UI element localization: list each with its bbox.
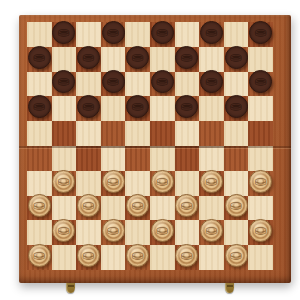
square-r5c1-light[interactable] <box>27 121 52 146</box>
dark-piece[interactable]: ⛂ <box>102 70 125 93</box>
square-r7c10-dark[interactable]: ⛀ <box>248 171 273 196</box>
square-r3c3-light[interactable] <box>76 72 101 97</box>
light-piece[interactable]: ⛀ <box>126 194 149 217</box>
square-r7c8-dark[interactable]: ⛀ <box>199 171 224 196</box>
square-r3c6-dark[interactable]: ⛂ <box>150 72 175 97</box>
dark-piece[interactable]: ⛂ <box>175 95 198 118</box>
square-r8c6-light[interactable] <box>150 196 175 221</box>
square-r8c1-dark[interactable]: ⛀ <box>27 196 52 221</box>
square-r9c8-dark[interactable]: ⛀ <box>199 220 224 245</box>
photo-background: ⛂⛂⛂⛂⛂⛂⛂⛂⛂⛂⛂⛂⛂⛂⛂⛂⛂⛂⛂⛂⛀⛀⛀⛀⛀⛀⛀⛀⛀⛀⛀⛀⛀⛀⛀⛀⛀⛀⛀⛀ <box>0 0 300 300</box>
square-r6c5-dark[interactable] <box>125 146 150 171</box>
light-piece[interactable]: ⛀ <box>28 194 51 217</box>
light-piece[interactable]: ⛀ <box>151 170 174 193</box>
square-r2c6-light[interactable] <box>150 47 175 72</box>
square-r6c4-light[interactable] <box>101 146 126 171</box>
dark-piece[interactable]: ⛂ <box>175 46 198 69</box>
square-r1c3-light[interactable] <box>76 22 101 47</box>
square-r2c7-dark[interactable]: ⛂ <box>175 47 200 72</box>
square-r7c3-light[interactable] <box>76 171 101 196</box>
square-r9c4-dark[interactable]: ⛀ <box>101 220 126 245</box>
square-r5c4-dark[interactable] <box>101 121 126 146</box>
dark-piece[interactable]: ⛂ <box>102 21 125 44</box>
square-r3c4-dark[interactable]: ⛂ <box>101 72 126 97</box>
square-r10c3-dark[interactable]: ⛀ <box>76 245 101 270</box>
square-r1c9-light[interactable] <box>224 22 249 47</box>
light-piece[interactable]: ⛀ <box>200 219 223 242</box>
light-piece[interactable]: ⛀ <box>175 194 198 217</box>
light-piece[interactable]: ⛀ <box>225 194 248 217</box>
square-r4c3-dark[interactable]: ⛂ <box>76 96 101 121</box>
light-piece[interactable]: ⛀ <box>225 244 248 267</box>
square-r2c9-dark[interactable]: ⛂ <box>224 47 249 72</box>
dark-piece[interactable]: ⛂ <box>77 46 100 69</box>
square-r7c5-light[interactable] <box>125 171 150 196</box>
square-r2c4-light[interactable] <box>101 47 126 72</box>
square-r8c7-dark[interactable]: ⛀ <box>175 196 200 221</box>
dark-piece[interactable]: ⛂ <box>126 95 149 118</box>
square-r3c1-light[interactable] <box>27 72 52 97</box>
square-r4c7-dark[interactable]: ⛂ <box>175 96 200 121</box>
square-r6c9-dark[interactable] <box>224 146 249 171</box>
square-r1c2-dark[interactable]: ⛂ <box>52 22 77 47</box>
square-r6c2-light[interactable] <box>52 146 77 171</box>
light-piece[interactable]: ⛀ <box>52 170 75 193</box>
square-r3c10-dark[interactable]: ⛂ <box>248 72 273 97</box>
square-r4c1-dark[interactable]: ⛂ <box>27 96 52 121</box>
square-r4c9-dark[interactable]: ⛂ <box>224 96 249 121</box>
square-r4c10-light[interactable] <box>248 96 273 121</box>
square-r4c5-dark[interactable]: ⛂ <box>125 96 150 121</box>
light-piece[interactable]: ⛀ <box>249 170 272 193</box>
square-r4c8-light[interactable] <box>199 96 224 121</box>
square-r10c9-dark[interactable]: ⛀ <box>224 245 249 270</box>
dark-piece[interactable]: ⛂ <box>249 70 272 93</box>
light-piece[interactable]: ⛀ <box>151 219 174 242</box>
square-r1c1-light[interactable] <box>27 22 52 47</box>
square-r8c8-light[interactable] <box>199 196 224 221</box>
dark-piece[interactable]: ⛂ <box>52 21 75 44</box>
square-r5c10-dark[interactable] <box>248 121 273 146</box>
square-r5c5-light[interactable] <box>125 121 150 146</box>
square-r6c8-light[interactable] <box>199 146 224 171</box>
square-r9c3-light[interactable] <box>76 220 101 245</box>
dark-piece[interactable]: ⛂ <box>200 70 223 93</box>
square-r5c6-dark[interactable] <box>150 121 175 146</box>
square-r10c8-light[interactable] <box>199 245 224 270</box>
square-r7c7-light[interactable] <box>175 171 200 196</box>
square-r7c4-dark[interactable]: ⛀ <box>101 171 126 196</box>
dark-piece[interactable]: ⛂ <box>249 21 272 44</box>
square-r3c8-dark[interactable]: ⛂ <box>199 72 224 97</box>
light-piece[interactable]: ⛀ <box>102 219 125 242</box>
square-r10c5-dark[interactable]: ⛀ <box>125 245 150 270</box>
light-piece[interactable]: ⛀ <box>28 244 51 267</box>
dark-piece[interactable]: ⛂ <box>28 46 51 69</box>
light-piece[interactable]: ⛀ <box>77 244 100 267</box>
square-r5c3-light[interactable] <box>76 121 101 146</box>
square-r10c1-dark[interactable]: ⛀ <box>27 245 52 270</box>
square-r8c2-light[interactable] <box>52 196 77 221</box>
square-r2c8-light[interactable] <box>199 47 224 72</box>
square-r5c7-light[interactable] <box>175 121 200 146</box>
square-r1c10-dark[interactable]: ⛂ <box>248 22 273 47</box>
draughts-board: ⛂⛂⛂⛂⛂⛂⛂⛂⛂⛂⛂⛂⛂⛂⛂⛂⛂⛂⛂⛂⛀⛀⛀⛀⛀⛀⛀⛀⛀⛀⛀⛀⛀⛀⛀⛀⛀⛀⛀⛀ <box>19 15 291 283</box>
square-r10c2-light[interactable] <box>52 245 77 270</box>
square-r4c6-light[interactable] <box>150 96 175 121</box>
square-r3c2-dark[interactable]: ⛂ <box>52 72 77 97</box>
square-r9c6-dark[interactable]: ⛀ <box>150 220 175 245</box>
square-r3c7-light[interactable] <box>175 72 200 97</box>
light-piece[interactable]: ⛀ <box>52 219 75 242</box>
square-r9c1-light[interactable] <box>27 220 52 245</box>
square-r9c7-light[interactable] <box>175 220 200 245</box>
square-r3c5-light[interactable] <box>125 72 150 97</box>
square-r9c5-light[interactable] <box>125 220 150 245</box>
dark-piece[interactable]: ⛂ <box>151 70 174 93</box>
square-r4c2-light[interactable] <box>52 96 77 121</box>
square-r7c6-dark[interactable]: ⛀ <box>150 171 175 196</box>
square-r5c8-dark[interactable] <box>199 121 224 146</box>
square-r1c6-dark[interactable]: ⛂ <box>150 22 175 47</box>
dark-piece[interactable]: ⛂ <box>200 21 223 44</box>
square-r1c8-dark[interactable]: ⛂ <box>199 22 224 47</box>
square-r9c10-dark[interactable]: ⛀ <box>248 220 273 245</box>
square-r2c2-light[interactable] <box>52 47 77 72</box>
dark-piece[interactable]: ⛂ <box>225 46 248 69</box>
square-r8c5-dark[interactable]: ⛀ <box>125 196 150 221</box>
square-r2c5-dark[interactable]: ⛂ <box>125 47 150 72</box>
square-r8c3-dark[interactable]: ⛀ <box>76 196 101 221</box>
square-r3c9-light[interactable] <box>224 72 249 97</box>
dark-piece[interactable]: ⛂ <box>151 21 174 44</box>
square-r2c10-light[interactable] <box>248 47 273 72</box>
light-piece[interactable]: ⛀ <box>249 219 272 242</box>
square-r8c10-light[interactable] <box>248 196 273 221</box>
square-r7c2-dark[interactable]: ⛀ <box>52 171 77 196</box>
square-r8c9-dark[interactable]: ⛀ <box>224 196 249 221</box>
square-r2c3-dark[interactable]: ⛂ <box>76 47 101 72</box>
square-r7c1-light[interactable] <box>27 171 52 196</box>
square-r6c10-light[interactable] <box>248 146 273 171</box>
light-piece[interactable]: ⛀ <box>102 170 125 193</box>
dark-piece[interactable]: ⛂ <box>28 95 51 118</box>
light-piece[interactable]: ⛀ <box>77 194 100 217</box>
square-r2c1-dark[interactable]: ⛂ <box>27 47 52 72</box>
dark-piece[interactable]: ⛂ <box>225 95 248 118</box>
square-r6c7-dark[interactable] <box>175 146 200 171</box>
board-fold-seam <box>19 146 291 148</box>
square-r10c6-light[interactable] <box>150 245 175 270</box>
square-r10c4-light[interactable] <box>101 245 126 270</box>
square-r1c5-light[interactable] <box>125 22 150 47</box>
light-piece[interactable]: ⛀ <box>200 170 223 193</box>
dark-piece[interactable]: ⛂ <box>52 70 75 93</box>
dark-piece[interactable]: ⛂ <box>77 95 100 118</box>
square-r5c2-dark[interactable] <box>52 121 77 146</box>
square-r6c3-dark[interactable] <box>76 146 101 171</box>
square-r10c7-dark[interactable]: ⛀ <box>175 245 200 270</box>
square-r9c2-dark[interactable]: ⛀ <box>52 220 77 245</box>
square-r5c9-light[interactable] <box>224 121 249 146</box>
square-r6c1-dark[interactable] <box>27 146 52 171</box>
square-r1c7-light[interactable] <box>175 22 200 47</box>
light-piece[interactable]: ⛀ <box>175 244 198 267</box>
square-r8c4-light[interactable] <box>101 196 126 221</box>
light-piece[interactable]: ⛀ <box>126 244 149 267</box>
square-r1c4-dark[interactable]: ⛂ <box>101 22 126 47</box>
square-r10c10-light[interactable] <box>248 245 273 270</box>
dark-piece[interactable]: ⛂ <box>126 46 149 69</box>
square-r6c6-light[interactable] <box>150 146 175 171</box>
square-r7c9-light[interactable] <box>224 171 249 196</box>
square-r4c4-light[interactable] <box>101 96 126 121</box>
square-r9c9-light[interactable] <box>224 220 249 245</box>
